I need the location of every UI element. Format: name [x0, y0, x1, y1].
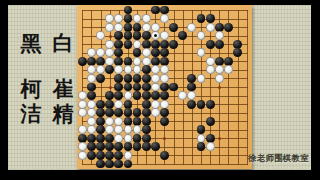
- white-stone: [87, 48, 96, 57]
- black-stone: [124, 100, 133, 109]
- black-stone: [96, 117, 105, 126]
- white-stone: [215, 31, 224, 40]
- black-stone: [124, 160, 133, 169]
- white-stone: [160, 31, 169, 40]
- black-stone: [124, 108, 133, 117]
- black-stone: [142, 31, 151, 40]
- black-stone: [215, 23, 224, 32]
- black-player-name: 柯洁: [19, 77, 43, 127]
- white-stone: [187, 91, 196, 100]
- black-stone: [224, 23, 233, 32]
- white-stone: [105, 48, 114, 57]
- white-stone: [96, 65, 105, 74]
- white-stone: [114, 125, 123, 134]
- black-stone: [151, 91, 160, 100]
- white-stone: [105, 117, 114, 126]
- black-stone: [133, 23, 142, 32]
- black-stone: [197, 125, 206, 134]
- white-stone: [114, 134, 123, 143]
- black-stone: [142, 83, 151, 92]
- white-stone: [215, 74, 224, 83]
- black-stone: [124, 117, 133, 126]
- black-stone: [105, 142, 114, 151]
- white-stone: [114, 14, 123, 23]
- white-stone: [206, 57, 215, 66]
- star-point: [109, 86, 112, 89]
- black-stone: [124, 6, 133, 15]
- white-stone: [151, 65, 160, 74]
- black-stone: [133, 48, 142, 57]
- black-stone: [114, 40, 123, 49]
- black-stone: [206, 117, 215, 126]
- white-stone: [105, 125, 114, 134]
- white-stone: [87, 125, 96, 134]
- white-stone: [151, 83, 160, 92]
- black-stone: [160, 48, 169, 57]
- black-stone: [114, 151, 123, 160]
- black-stone: [133, 31, 142, 40]
- white-stone: [142, 23, 151, 32]
- black-stone: [169, 40, 178, 49]
- black-stone: [87, 134, 96, 143]
- white-player-label: 白: [51, 31, 75, 55]
- white-stone: [78, 100, 87, 109]
- black-stone: [133, 74, 142, 83]
- black-stone: [224, 57, 233, 66]
- black-stone: [160, 40, 169, 49]
- white-stone: [160, 74, 169, 83]
- white-stone: [187, 23, 196, 32]
- black-stone: [160, 57, 169, 66]
- white-stone: [197, 134, 206, 143]
- white-stone: [142, 48, 151, 57]
- white-stone: [124, 65, 133, 74]
- black-stone: [142, 65, 151, 74]
- black-stone: [114, 91, 123, 100]
- white-stone: [206, 142, 215, 151]
- black-stone: [114, 74, 123, 83]
- black-stone: [233, 48, 242, 57]
- star-point: [218, 86, 221, 89]
- white-stone: [197, 48, 206, 57]
- black-stone: [114, 57, 123, 66]
- black-stone: [96, 100, 105, 109]
- black-stone: [142, 108, 151, 117]
- black-stone: [96, 160, 105, 169]
- black-stone: [114, 142, 123, 151]
- white-stone: [197, 31, 206, 40]
- white-stone: [160, 100, 169, 109]
- white-stone: [105, 14, 114, 23]
- black-stone: [105, 65, 114, 74]
- black-stone: [206, 40, 215, 49]
- black-stone: [105, 91, 114, 100]
- black-stone: [142, 117, 151, 126]
- white-stone: [151, 100, 160, 109]
- black-stone: [151, 6, 160, 15]
- black-stone: [142, 134, 151, 143]
- black-stone: [96, 74, 105, 83]
- black-stone: [160, 117, 169, 126]
- black-stone: [96, 134, 105, 143]
- last-move-marker: [154, 34, 157, 37]
- black-stone: [124, 142, 133, 151]
- black-stone: [142, 74, 151, 83]
- tatami-background: 黑 白 柯洁 崔精 徐老师围棋教室: [8, 5, 311, 170]
- black-stone: [96, 125, 105, 134]
- white-stone: [114, 65, 123, 74]
- black-stone: [151, 48, 160, 57]
- black-stone: [206, 14, 215, 23]
- white-stone: [178, 91, 187, 100]
- white-stone: [78, 108, 87, 117]
- white-stone: [114, 23, 123, 32]
- white-stone: [151, 23, 160, 32]
- white-stone: [133, 57, 142, 66]
- black-stone: [169, 83, 178, 92]
- black-stone: [133, 142, 142, 151]
- black-stone: [160, 108, 169, 117]
- black-stone: [233, 40, 242, 49]
- black-stone: [160, 91, 169, 100]
- white-stone: [206, 65, 215, 74]
- white-stone: [133, 65, 142, 74]
- black-stone: [197, 142, 206, 151]
- white-player-name: 崔精: [51, 77, 75, 127]
- black-stone: [105, 100, 114, 109]
- white-stone: [96, 48, 105, 57]
- grid-line-v: [247, 10, 248, 165]
- white-stone: [151, 31, 160, 40]
- black-stone: [142, 125, 151, 134]
- white-stone: [142, 14, 151, 23]
- black-stone: [160, 6, 169, 15]
- black-stone: [87, 151, 96, 160]
- white-stone: [197, 74, 206, 83]
- white-stone: [87, 108, 96, 117]
- black-stone: [187, 83, 196, 92]
- black-stone: [124, 83, 133, 92]
- white-stone: [224, 65, 233, 74]
- white-stone: [215, 65, 224, 74]
- black-stone: [142, 91, 151, 100]
- video-frame: 黑 白 柯洁 崔精 徐老师围棋教室: [0, 0, 320, 180]
- black-stone: [133, 134, 142, 143]
- white-stone: [87, 100, 96, 109]
- white-stone: [124, 134, 133, 143]
- white-stone: [160, 65, 169, 74]
- black-stone: [124, 74, 133, 83]
- black-stone: [142, 142, 151, 151]
- black-stone: [114, 31, 123, 40]
- black-stone: [114, 160, 123, 169]
- black-stone: [215, 40, 224, 49]
- black-stone: [133, 108, 142, 117]
- white-stone: [133, 14, 142, 23]
- white-stone: [151, 74, 160, 83]
- black-stone: [151, 142, 160, 151]
- black-stone: [133, 117, 142, 126]
- go-board: [77, 5, 252, 169]
- black-stone: [133, 83, 142, 92]
- white-stone: [206, 23, 215, 32]
- white-stone: [133, 40, 142, 49]
- white-stone: [133, 125, 142, 134]
- white-stone: [78, 91, 87, 100]
- black-stone: [151, 40, 160, 49]
- black-stone: [105, 160, 114, 169]
- black-stone: [169, 23, 178, 32]
- star-point: [218, 137, 221, 140]
- white-stone: [124, 91, 133, 100]
- white-stone: [78, 151, 87, 160]
- grid-line-v: [228, 10, 229, 165]
- channel-caption: 徐老师围棋教室: [248, 153, 316, 165]
- black-stone: [114, 83, 123, 92]
- black-stone: [215, 57, 224, 66]
- white-stone: [142, 57, 151, 66]
- white-stone: [105, 57, 114, 66]
- black-stone: [124, 23, 133, 32]
- black-stone: [197, 100, 206, 109]
- white-stone: [96, 31, 105, 40]
- black-stone: [105, 134, 114, 143]
- white-stone: [114, 117, 123, 126]
- black-stone: [187, 74, 196, 83]
- black-stone: [96, 151, 105, 160]
- black-stone: [114, 108, 123, 117]
- white-stone: [78, 142, 87, 151]
- black-stone: [160, 83, 169, 92]
- black-stone: [96, 142, 105, 151]
- star-point: [109, 35, 112, 38]
- black-stone: [87, 91, 96, 100]
- white-stone: [160, 14, 169, 23]
- black-stone: [105, 108, 114, 117]
- black-stone: [206, 100, 215, 109]
- black-player-label: 黑: [19, 32, 43, 56]
- white-stone: [78, 125, 87, 134]
- white-stone: [124, 125, 133, 134]
- white-stone: [151, 108, 160, 117]
- white-stone: [105, 40, 114, 49]
- black-stone: [105, 151, 114, 160]
- black-stone: [78, 57, 87, 66]
- grid-line-v: [238, 10, 239, 165]
- black-stone: [142, 40, 151, 49]
- black-stone: [78, 134, 87, 143]
- black-stone: [114, 48, 123, 57]
- white-stone: [87, 74, 96, 83]
- black-stone: [87, 142, 96, 151]
- black-stone: [197, 14, 206, 23]
- black-stone: [96, 57, 105, 66]
- black-stone: [124, 31, 133, 40]
- black-stone: [133, 91, 142, 100]
- black-stone: [160, 151, 169, 160]
- black-stone: [151, 57, 160, 66]
- white-stone: [124, 151, 133, 160]
- white-stone: [87, 65, 96, 74]
- black-stone: [124, 40, 133, 49]
- black-stone: [142, 100, 151, 109]
- black-stone: [87, 83, 96, 92]
- black-stone: [124, 57, 133, 66]
- white-stone: [87, 117, 96, 126]
- black-stone: [124, 14, 133, 23]
- black-stone: [206, 134, 215, 143]
- black-stone: [96, 108, 105, 117]
- white-stone: [105, 23, 114, 32]
- white-stone: [114, 100, 123, 109]
- black-stone: [87, 57, 96, 66]
- black-stone: [178, 31, 187, 40]
- black-stone: [187, 100, 196, 109]
